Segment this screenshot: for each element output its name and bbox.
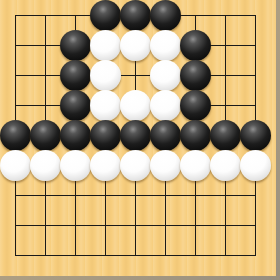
white-stone [150, 90, 181, 121]
intersection-r8c9[interactable] [240, 210, 270, 240]
intersection-r7c8[interactable] [210, 180, 240, 210]
intersection-r3c7[interactable] [180, 60, 210, 90]
white-stone [180, 150, 211, 181]
intersection-r5c4[interactable] [90, 120, 120, 150]
intersection-r3c1[interactable] [0, 60, 30, 90]
intersection-r1c1[interactable] [0, 0, 30, 30]
intersection-r4c1[interactable] [0, 90, 30, 120]
intersection-r8c5[interactable] [120, 210, 150, 240]
intersection-r4c2[interactable] [30, 90, 60, 120]
black-stone [180, 90, 211, 121]
intersection-r9c5[interactable] [120, 240, 150, 270]
intersection-r7c5[interactable] [120, 180, 150, 210]
intersection-r3c3[interactable] [60, 60, 90, 90]
intersection-r8c8[interactable] [210, 210, 240, 240]
white-stone [240, 150, 271, 181]
intersection-r5c1[interactable] [0, 120, 30, 150]
intersection-r9c7[interactable] [180, 240, 210, 270]
black-stone [240, 120, 271, 151]
intersection-r3c6[interactable] [150, 60, 180, 90]
white-stone [120, 30, 151, 61]
black-stone [120, 120, 151, 151]
intersection-r4c3[interactable] [60, 90, 90, 120]
intersection-r3c5[interactable] [120, 60, 150, 90]
white-stone [150, 60, 181, 91]
intersection-r2c9[interactable] [240, 30, 270, 60]
white-stone [90, 90, 121, 121]
intersection-r8c6[interactable] [150, 210, 180, 240]
intersection-r1c8[interactable] [210, 0, 240, 30]
intersection-r7c3[interactable] [60, 180, 90, 210]
intersection-r8c1[interactable] [0, 210, 30, 240]
intersection-r5c6[interactable] [150, 120, 180, 150]
intersection-r6c8[interactable] [210, 150, 240, 180]
intersection-r3c8[interactable] [210, 60, 240, 90]
intersection-r7c2[interactable] [30, 180, 60, 210]
intersection-r3c2[interactable] [30, 60, 60, 90]
black-stone [60, 30, 91, 61]
intersection-r6c9[interactable] [240, 150, 270, 180]
intersection-r2c2[interactable] [30, 30, 60, 60]
black-stone [210, 120, 241, 151]
intersection-r4c6[interactable] [150, 90, 180, 120]
white-stone [60, 150, 91, 181]
white-stone [210, 150, 241, 181]
intersection-r8c3[interactable] [60, 210, 90, 240]
intersection-r8c2[interactable] [30, 210, 60, 240]
intersection-r4c5[interactable] [120, 90, 150, 120]
black-stone [90, 0, 121, 31]
black-stone [180, 30, 211, 61]
black-stone [30, 120, 61, 151]
intersection-r7c9[interactable] [240, 180, 270, 210]
intersection-r1c3[interactable] [60, 0, 90, 30]
intersection-r2c1[interactable] [0, 30, 30, 60]
intersection-r6c4[interactable] [90, 150, 120, 180]
intersection-r5c8[interactable] [210, 120, 240, 150]
intersection-r5c7[interactable] [180, 120, 210, 150]
intersection-r9c4[interactable] [90, 240, 120, 270]
intersection-r6c5[interactable] [120, 150, 150, 180]
intersection-r1c9[interactable] [240, 0, 270, 30]
intersection-r7c1[interactable] [0, 180, 30, 210]
intersection-r1c7[interactable] [180, 0, 210, 30]
intersection-r4c8[interactable] [210, 90, 240, 120]
black-stone [150, 0, 181, 31]
intersection-r9c3[interactable] [60, 240, 90, 270]
black-stone [150, 120, 181, 151]
white-stone [30, 150, 61, 181]
intersection-r9c9[interactable] [240, 240, 270, 270]
white-stone [0, 150, 31, 181]
black-stone [60, 120, 91, 151]
intersection-r2c4[interactable] [90, 30, 120, 60]
intersection-r5c9[interactable] [240, 120, 270, 150]
intersection-r7c6[interactable] [150, 180, 180, 210]
board-surface [0, 0, 276, 276]
intersection-r2c3[interactable] [60, 30, 90, 60]
intersection-r1c5[interactable] [120, 0, 150, 30]
white-stone [90, 150, 121, 181]
intersection-r9c8[interactable] [210, 240, 240, 270]
intersection-r1c4[interactable] [90, 0, 120, 30]
intersection-r2c5[interactable] [120, 30, 150, 60]
white-stone [90, 30, 121, 61]
black-stone [120, 0, 151, 31]
intersection-r6c7[interactable] [180, 150, 210, 180]
intersection-r2c6[interactable] [150, 30, 180, 60]
intersection-r7c4[interactable] [90, 180, 120, 210]
white-stone [150, 30, 181, 61]
intersection-r6c6[interactable] [150, 150, 180, 180]
intersection-r1c6[interactable] [150, 0, 180, 30]
black-stone [180, 60, 211, 91]
black-stone [60, 90, 91, 121]
intersection-r3c9[interactable] [240, 60, 270, 90]
intersection-r6c3[interactable] [60, 150, 90, 180]
white-stone [120, 150, 151, 181]
intersection-r5c5[interactable] [120, 120, 150, 150]
intersection-r2c8[interactable] [210, 30, 240, 60]
intersection-r9c1[interactable] [0, 240, 30, 270]
intersection-r6c2[interactable] [30, 150, 60, 180]
white-stone [150, 150, 181, 181]
intersection-r1c2[interactable] [30, 0, 60, 30]
intersection-r8c4[interactable] [90, 210, 120, 240]
white-stone [90, 60, 121, 91]
intersection-r8c7[interactable] [180, 210, 210, 240]
stone-grid [0, 0, 270, 270]
black-stone [60, 60, 91, 91]
intersection-r5c3[interactable] [60, 120, 90, 150]
intersection-r6c1[interactable] [0, 150, 30, 180]
white-stone [120, 90, 151, 121]
intersection-r2c7[interactable] [180, 30, 210, 60]
black-stone [90, 120, 121, 151]
black-stone [180, 120, 211, 151]
intersection-r9c2[interactable] [30, 240, 60, 270]
intersection-r9c6[interactable] [150, 240, 180, 270]
intersection-r7c7[interactable] [180, 180, 210, 210]
intersection-r3c4[interactable] [90, 60, 120, 90]
intersection-r4c9[interactable] [240, 90, 270, 120]
intersection-r5c2[interactable] [30, 120, 60, 150]
black-stone [0, 120, 31, 151]
intersection-r4c7[interactable] [180, 90, 210, 120]
go-board [0, 0, 280, 280]
intersection-r4c4[interactable] [90, 90, 120, 120]
